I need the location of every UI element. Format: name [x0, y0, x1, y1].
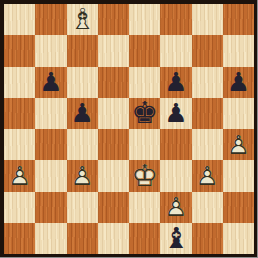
square-h1[interactable] [223, 223, 254, 254]
square-g1[interactable] [192, 223, 223, 254]
black-pawn: ♟ [39, 69, 62, 95]
square-g8[interactable] [192, 4, 223, 35]
square-b6[interactable]: ♟ [35, 67, 66, 98]
square-f7[interactable] [160, 35, 191, 66]
square-e1[interactable] [129, 223, 160, 254]
square-e7[interactable] [129, 35, 160, 66]
square-a2[interactable] [4, 192, 35, 223]
black-pawn: ♟ [164, 100, 187, 126]
square-c1[interactable] [67, 223, 98, 254]
square-f8[interactable] [160, 4, 191, 35]
square-f5[interactable]: ♟ [160, 98, 191, 129]
square-a5[interactable] [4, 98, 35, 129]
square-e5[interactable]: ♚ [129, 98, 160, 129]
board-frame: ♝♗♟♟♟♟♚♟♟♙♟♙♟♙♚♔♟♙♟♙♝ [0, 0, 258, 258]
white-pawn: ♟♙ [164, 194, 187, 220]
square-d1[interactable] [98, 223, 129, 254]
square-b7[interactable] [35, 35, 66, 66]
square-d4[interactable] [98, 129, 129, 160]
white-pawn: ♟♙ [8, 163, 31, 189]
square-c2[interactable] [67, 192, 98, 223]
square-b4[interactable] [35, 129, 66, 160]
square-h2[interactable] [223, 192, 254, 223]
square-h7[interactable] [223, 35, 254, 66]
square-h5[interactable] [223, 98, 254, 129]
square-a6[interactable] [4, 67, 35, 98]
square-h3[interactable] [223, 160, 254, 191]
square-f3[interactable] [160, 160, 191, 191]
square-f6[interactable]: ♟ [160, 67, 191, 98]
square-g7[interactable] [192, 35, 223, 66]
square-h8[interactable] [223, 4, 254, 35]
square-g5[interactable] [192, 98, 223, 129]
white-pawn: ♟♙ [70, 163, 93, 189]
square-d5[interactable] [98, 98, 129, 129]
black-pawn: ♟ [227, 69, 250, 95]
square-b1[interactable] [35, 223, 66, 254]
chess-board: ♝♗♟♟♟♟♚♟♟♙♟♙♟♙♚♔♟♙♟♙♝ [4, 4, 254, 254]
square-a8[interactable] [4, 4, 35, 35]
square-e4[interactable] [129, 129, 160, 160]
white-pawn: ♟♙ [195, 163, 218, 189]
square-f4[interactable] [160, 129, 191, 160]
square-d8[interactable] [98, 4, 129, 35]
square-e3[interactable]: ♚♔ [129, 160, 160, 191]
square-b2[interactable] [35, 192, 66, 223]
square-c6[interactable] [67, 67, 98, 98]
black-king: ♚ [131, 98, 158, 128]
square-c3[interactable]: ♟♙ [67, 160, 98, 191]
square-b5[interactable] [35, 98, 66, 129]
square-c4[interactable] [67, 129, 98, 160]
square-a3[interactable]: ♟♙ [4, 160, 35, 191]
square-h6[interactable]: ♟ [223, 67, 254, 98]
square-g6[interactable] [192, 67, 223, 98]
square-e2[interactable] [129, 192, 160, 223]
black-pawn: ♟ [70, 100, 93, 126]
square-g4[interactable] [192, 129, 223, 160]
square-g3[interactable]: ♟♙ [192, 160, 223, 191]
square-a1[interactable] [4, 223, 35, 254]
square-e8[interactable] [129, 4, 160, 35]
square-e6[interactable] [129, 67, 160, 98]
square-d6[interactable] [98, 67, 129, 98]
white-bishop: ♝♗ [69, 5, 95, 34]
square-d3[interactable] [98, 160, 129, 191]
square-g2[interactable] [192, 192, 223, 223]
square-c8[interactable]: ♝♗ [67, 4, 98, 35]
square-d7[interactable] [98, 35, 129, 66]
black-bishop: ♝ [163, 224, 189, 253]
white-king: ♚♔ [131, 161, 158, 191]
square-h4[interactable]: ♟♙ [223, 129, 254, 160]
square-f1[interactable]: ♝ [160, 223, 191, 254]
square-b3[interactable] [35, 160, 66, 191]
square-c5[interactable]: ♟ [67, 98, 98, 129]
square-b8[interactable] [35, 4, 66, 35]
square-a7[interactable] [4, 35, 35, 66]
square-f2[interactable]: ♟♙ [160, 192, 191, 223]
square-d2[interactable] [98, 192, 129, 223]
white-pawn: ♟♙ [227, 132, 250, 158]
square-a4[interactable] [4, 129, 35, 160]
black-pawn: ♟ [164, 69, 187, 95]
square-c7[interactable] [67, 35, 98, 66]
